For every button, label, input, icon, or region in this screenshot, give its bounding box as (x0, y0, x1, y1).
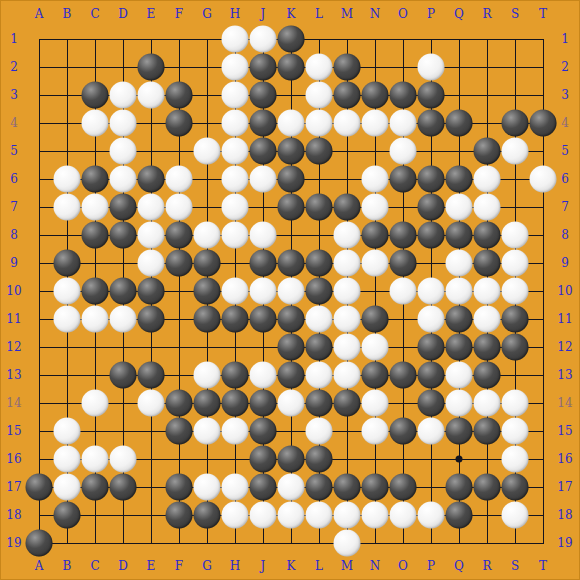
white-stone-H7[interactable] (222, 194, 249, 221)
white-stone-J10[interactable] (250, 278, 277, 305)
row-label-right-19: 19 (557, 537, 572, 549)
black-stone-P7[interactable] (418, 194, 445, 221)
white-stone-H1[interactable] (222, 26, 249, 53)
white-stone-H8[interactable] (222, 222, 249, 249)
white-stone-F7[interactable] (166, 194, 193, 221)
white-stone-P10[interactable] (418, 278, 445, 305)
white-stone-C7[interactable] (82, 194, 109, 221)
col-label-bottom-M: M (341, 560, 353, 572)
black-stone-J5[interactable] (250, 138, 277, 165)
col-label-bottom-N: N (370, 560, 381, 572)
black-stone-J16[interactable] (250, 446, 277, 473)
white-stone-R10[interactable] (474, 278, 501, 305)
white-stone-C14[interactable] (82, 390, 109, 417)
black-stone-O9[interactable] (390, 250, 417, 277)
black-stone-M3[interactable] (334, 82, 361, 109)
black-stone-K6[interactable] (278, 166, 305, 193)
row-label-left-9: 9 (10, 257, 18, 269)
white-stone-T6[interactable] (530, 166, 557, 193)
row-label-left-6: 6 (10, 173, 18, 185)
black-stone-J17[interactable] (250, 474, 277, 501)
black-stone-P12[interactable] (418, 334, 445, 361)
white-stone-H4[interactable] (222, 110, 249, 137)
black-stone-L14[interactable] (306, 390, 333, 417)
white-stone-N18[interactable] (362, 502, 389, 529)
white-stone-R14[interactable] (474, 390, 501, 417)
white-stone-R7[interactable] (474, 194, 501, 221)
col-label-bottom-B: B (63, 560, 72, 572)
col-label-top-E: E (147, 8, 156, 20)
col-label-top-N: N (370, 8, 381, 20)
black-stone-L5[interactable] (306, 138, 333, 165)
row-label-right-1: 1 (561, 33, 569, 45)
col-label-bottom-K: K (287, 560, 296, 572)
black-stone-R8[interactable] (474, 222, 501, 249)
white-stone-M10[interactable] (334, 278, 361, 305)
white-stone-K10[interactable] (278, 278, 305, 305)
black-stone-Q17[interactable] (446, 474, 473, 501)
row-label-right-6: 6 (561, 173, 569, 185)
white-stone-R6[interactable] (474, 166, 501, 193)
row-label-left-14: 14 (6, 397, 21, 409)
white-stone-M13[interactable] (334, 362, 361, 389)
col-label-top-Q: Q (454, 8, 464, 20)
black-stone-F15[interactable] (166, 418, 193, 445)
black-stone-L12[interactable] (306, 334, 333, 361)
white-stone-Q14[interactable] (446, 390, 473, 417)
black-stone-K5[interactable] (278, 138, 305, 165)
white-stone-N4[interactable] (362, 110, 389, 137)
black-stone-O17[interactable] (390, 474, 417, 501)
white-stone-M11[interactable] (334, 306, 361, 333)
black-stone-R12[interactable] (474, 334, 501, 361)
col-label-top-F: F (175, 8, 183, 20)
row-label-left-7: 7 (10, 201, 18, 213)
white-stone-E14[interactable] (138, 390, 165, 417)
black-stone-J4[interactable] (250, 110, 277, 137)
black-stone-N17[interactable] (362, 474, 389, 501)
white-stone-L3[interactable] (306, 82, 333, 109)
white-stone-H5[interactable] (222, 138, 249, 165)
row-label-left-15: 15 (6, 425, 21, 437)
row-label-right-9: 9 (561, 257, 569, 269)
col-label-top-S: S (511, 8, 519, 20)
black-stone-Q15[interactable] (446, 418, 473, 445)
black-stone-P4[interactable] (418, 110, 445, 137)
row-label-right-17: 17 (557, 481, 572, 493)
black-stone-N3[interactable] (362, 82, 389, 109)
col-label-bottom-Q: Q (454, 560, 464, 572)
black-stone-H11[interactable] (222, 306, 249, 333)
col-label-top-L: L (315, 8, 323, 20)
black-stone-S17[interactable] (502, 474, 529, 501)
col-label-top-B: B (63, 8, 72, 20)
white-stone-N15[interactable] (362, 418, 389, 445)
go-board[interactable]: AABBCCDDEEFFGGHHJJKKLLMMNNOOPPQQRRSSTT11… (0, 0, 580, 580)
white-stone-O4[interactable] (390, 110, 417, 137)
row-label-right-12: 12 (557, 341, 572, 353)
white-stone-J18[interactable] (250, 502, 277, 529)
white-stone-J6[interactable] (250, 166, 277, 193)
col-label-top-H: H (230, 8, 240, 20)
white-stone-E8[interactable] (138, 222, 165, 249)
white-stone-H2[interactable] (222, 54, 249, 81)
white-stone-S15[interactable] (502, 418, 529, 445)
black-stone-M17[interactable] (334, 474, 361, 501)
go-board-screenshot: AABBCCDDEEFFGGHHJJKKLLMMNNOOPPQQRRSSTT11… (0, 0, 580, 580)
white-stone-D3[interactable] (110, 82, 137, 109)
black-stone-R17[interactable] (474, 474, 501, 501)
black-stone-J3[interactable] (250, 82, 277, 109)
row-label-right-5: 5 (561, 145, 569, 157)
black-stone-E10[interactable] (138, 278, 165, 305)
col-label-bottom-J: J (261, 560, 266, 572)
white-stone-O10[interactable] (390, 278, 417, 305)
black-stone-F17[interactable] (166, 474, 193, 501)
white-stone-D16[interactable] (110, 446, 137, 473)
black-stone-O13[interactable] (390, 362, 417, 389)
white-stone-H15[interactable] (222, 418, 249, 445)
white-stone-H6[interactable] (222, 166, 249, 193)
black-stone-R13[interactable] (474, 362, 501, 389)
black-stone-E13[interactable] (138, 362, 165, 389)
white-stone-B11[interactable] (54, 306, 81, 333)
white-stone-E9[interactable] (138, 250, 165, 277)
white-stone-B15[interactable] (54, 418, 81, 445)
white-stone-S16[interactable] (502, 446, 529, 473)
white-stone-Q10[interactable] (446, 278, 473, 305)
col-label-bottom-A: A (35, 560, 44, 572)
row-label-right-14: 14 (557, 397, 572, 409)
black-stone-R5[interactable] (474, 138, 501, 165)
row-label-left-18: 18 (6, 509, 21, 521)
white-stone-H18[interactable] (222, 502, 249, 529)
black-stone-L10[interactable] (306, 278, 333, 305)
white-stone-D11[interactable] (110, 306, 137, 333)
black-stone-D17[interactable] (110, 474, 137, 501)
white-stone-O5[interactable] (390, 138, 417, 165)
white-stone-N7[interactable] (362, 194, 389, 221)
row-label-left-1: 1 (10, 33, 18, 45)
white-stone-L11[interactable] (306, 306, 333, 333)
col-label-bottom-P: P (427, 560, 435, 572)
black-stone-O3[interactable] (390, 82, 417, 109)
white-stone-H10[interactable] (222, 278, 249, 305)
white-stone-E3[interactable] (138, 82, 165, 109)
col-label-top-T: T (539, 8, 547, 20)
white-stone-E7[interactable] (138, 194, 165, 221)
black-stone-Q4[interactable] (446, 110, 473, 137)
black-stone-B9[interactable] (54, 250, 81, 277)
black-stone-J9[interactable] (250, 250, 277, 277)
row-label-left-3: 3 (10, 89, 18, 101)
white-stone-K4[interactable] (278, 110, 305, 137)
white-stone-L13[interactable] (306, 362, 333, 389)
white-stone-C4[interactable] (82, 110, 109, 137)
black-stone-L7[interactable] (306, 194, 333, 221)
white-stone-D5[interactable] (110, 138, 137, 165)
white-stone-P11[interactable] (418, 306, 445, 333)
black-stone-P3[interactable] (418, 82, 445, 109)
white-stone-M8[interactable] (334, 222, 361, 249)
black-stone-F4[interactable] (166, 110, 193, 137)
white-stone-B17[interactable] (54, 474, 81, 501)
black-stone-P14[interactable] (418, 390, 445, 417)
white-stone-J8[interactable] (250, 222, 277, 249)
black-stone-F18[interactable] (166, 502, 193, 529)
white-stone-K17[interactable] (278, 474, 305, 501)
white-stone-K14[interactable] (278, 390, 305, 417)
black-stone-Q11[interactable] (446, 306, 473, 333)
row-label-right-8: 8 (561, 229, 569, 241)
white-stone-G5[interactable] (194, 138, 221, 165)
row-label-left-17: 17 (6, 481, 21, 493)
black-stone-K9[interactable] (278, 250, 305, 277)
white-stone-C16[interactable] (82, 446, 109, 473)
white-stone-G15[interactable] (194, 418, 221, 445)
white-stone-P2[interactable] (418, 54, 445, 81)
col-label-bottom-C: C (90, 560, 99, 572)
col-label-bottom-S: S (511, 560, 519, 572)
col-label-bottom-T: T (539, 560, 547, 572)
black-stone-N8[interactable] (362, 222, 389, 249)
row-label-right-4: 4 (561, 117, 569, 129)
white-stone-S18[interactable] (502, 502, 529, 529)
white-stone-B6[interactable] (54, 166, 81, 193)
row-label-right-3: 3 (561, 89, 569, 101)
white-stone-M19[interactable] (334, 530, 361, 557)
white-stone-S10[interactable] (502, 278, 529, 305)
white-stone-Q13[interactable] (446, 362, 473, 389)
black-stone-Q6[interactable] (446, 166, 473, 193)
row-label-right-11: 11 (557, 313, 572, 325)
col-label-bottom-L: L (315, 560, 323, 572)
white-stone-M9[interactable] (334, 250, 361, 277)
white-stone-R11[interactable] (474, 306, 501, 333)
white-stone-L15[interactable] (306, 418, 333, 445)
white-stone-D4[interactable] (110, 110, 137, 137)
col-label-top-M: M (341, 8, 353, 20)
white-stone-M12[interactable] (334, 334, 361, 361)
black-stone-S11[interactable] (502, 306, 529, 333)
black-stone-P13[interactable] (418, 362, 445, 389)
white-stone-G8[interactable] (194, 222, 221, 249)
white-stone-G17[interactable] (194, 474, 221, 501)
white-stone-N6[interactable] (362, 166, 389, 193)
black-stone-F14[interactable] (166, 390, 193, 417)
black-stone-J14[interactable] (250, 390, 277, 417)
black-stone-P6[interactable] (418, 166, 445, 193)
black-stone-A17[interactable] (26, 474, 53, 501)
black-stone-L17[interactable] (306, 474, 333, 501)
row-label-left-10: 10 (6, 285, 21, 297)
black-stone-Q18[interactable] (446, 502, 473, 529)
white-stone-Q7[interactable] (446, 194, 473, 221)
white-stone-N9[interactable] (362, 250, 389, 277)
black-stone-N13[interactable] (362, 362, 389, 389)
black-stone-O6[interactable] (390, 166, 417, 193)
white-stone-P15[interactable] (418, 418, 445, 445)
white-stone-K18[interactable] (278, 502, 305, 529)
black-stone-K13[interactable] (278, 362, 305, 389)
col-label-top-C: C (90, 8, 99, 20)
row-label-left-11: 11 (6, 313, 21, 325)
white-stone-S14[interactable] (502, 390, 529, 417)
row-label-left-2: 2 (10, 61, 18, 73)
white-stone-J1[interactable] (250, 26, 277, 53)
black-stone-C17[interactable] (82, 474, 109, 501)
white-stone-J13[interactable] (250, 362, 277, 389)
black-stone-E11[interactable] (138, 306, 165, 333)
white-stone-O18[interactable] (390, 502, 417, 529)
row-label-left-8: 8 (10, 229, 18, 241)
col-label-top-A: A (35, 8, 44, 20)
black-stone-F8[interactable] (166, 222, 193, 249)
white-stone-L4[interactable] (306, 110, 333, 137)
col-label-top-G: G (202, 8, 212, 20)
black-stone-G11[interactable] (194, 306, 221, 333)
white-stone-H17[interactable] (222, 474, 249, 501)
black-stone-F3[interactable] (166, 82, 193, 109)
black-stone-K2[interactable] (278, 54, 305, 81)
star-point-Q16 (456, 456, 463, 463)
black-stone-M2[interactable] (334, 54, 361, 81)
col-label-top-J: J (261, 8, 266, 20)
black-stone-A19[interactable] (26, 530, 53, 557)
black-stone-O8[interactable] (390, 222, 417, 249)
row-label-left-13: 13 (6, 369, 21, 381)
col-label-bottom-F: F (175, 560, 183, 572)
white-stone-F6[interactable] (166, 166, 193, 193)
black-stone-E6[interactable] (138, 166, 165, 193)
black-stone-C3[interactable] (82, 82, 109, 109)
white-stone-M4[interactable] (334, 110, 361, 137)
black-stone-G10[interactable] (194, 278, 221, 305)
white-stone-L2[interactable] (306, 54, 333, 81)
col-label-bottom-G: G (202, 560, 212, 572)
black-stone-K11[interactable] (278, 306, 305, 333)
black-stone-D8[interactable] (110, 222, 137, 249)
white-stone-Q9[interactable] (446, 250, 473, 277)
black-stone-S4[interactable] (502, 110, 529, 137)
col-label-top-R: R (482, 8, 491, 20)
white-stone-S8[interactable] (502, 222, 529, 249)
black-stone-R15[interactable] (474, 418, 501, 445)
white-stone-N14[interactable] (362, 390, 389, 417)
black-stone-G14[interactable] (194, 390, 221, 417)
black-stone-K12[interactable] (278, 334, 305, 361)
black-stone-D13[interactable] (110, 362, 137, 389)
black-stone-C6[interactable] (82, 166, 109, 193)
row-label-left-16: 16 (6, 453, 21, 465)
col-label-bottom-R: R (482, 560, 491, 572)
col-label-bottom-H: H (230, 560, 240, 572)
white-stone-S9[interactable] (502, 250, 529, 277)
black-stone-F9[interactable] (166, 250, 193, 277)
col-label-top-K: K (287, 8, 296, 20)
col-label-bottom-E: E (147, 560, 156, 572)
black-stone-M14[interactable] (334, 390, 361, 417)
row-label-right-16: 16 (557, 453, 572, 465)
black-stone-R9[interactable] (474, 250, 501, 277)
white-stone-P18[interactable] (418, 502, 445, 529)
black-stone-K7[interactable] (278, 194, 305, 221)
black-stone-M7[interactable] (334, 194, 361, 221)
row-label-right-13: 13 (557, 369, 572, 381)
black-stone-D7[interactable] (110, 194, 137, 221)
black-stone-Q8[interactable] (446, 222, 473, 249)
black-stone-G9[interactable] (194, 250, 221, 277)
black-stone-C10[interactable] (82, 278, 109, 305)
white-stone-S5[interactable] (502, 138, 529, 165)
black-stone-C8[interactable] (82, 222, 109, 249)
black-stone-S12[interactable] (502, 334, 529, 361)
white-stone-N12[interactable] (362, 334, 389, 361)
black-stone-E2[interactable] (138, 54, 165, 81)
black-stone-D10[interactable] (110, 278, 137, 305)
row-label-left-5: 5 (10, 145, 18, 157)
white-stone-M18[interactable] (334, 502, 361, 529)
white-stone-C11[interactable] (82, 306, 109, 333)
white-stone-D6[interactable] (110, 166, 137, 193)
row-label-right-2: 2 (561, 61, 569, 73)
row-label-left-19: 19 (6, 537, 21, 549)
white-stone-B10[interactable] (54, 278, 81, 305)
row-label-right-7: 7 (561, 201, 569, 213)
black-stone-N11[interactable] (362, 306, 389, 333)
black-stone-H14[interactable] (222, 390, 249, 417)
row-label-left-12: 12 (6, 341, 21, 353)
white-stone-L18[interactable] (306, 502, 333, 529)
black-stone-J11[interactable] (250, 306, 277, 333)
col-label-top-O: O (398, 8, 408, 20)
row-label-right-18: 18 (557, 509, 572, 521)
black-stone-G18[interactable] (194, 502, 221, 529)
black-stone-T4[interactable] (530, 110, 557, 137)
row-label-right-15: 15 (557, 425, 572, 437)
white-stone-H3[interactable] (222, 82, 249, 109)
col-label-top-P: P (427, 8, 435, 20)
col-label-bottom-D: D (118, 560, 128, 572)
row-label-right-10: 10 (557, 285, 572, 297)
black-stone-B18[interactable] (54, 502, 81, 529)
white-stone-G13[interactable] (194, 362, 221, 389)
row-label-left-4: 4 (10, 117, 18, 129)
black-stone-J15[interactable] (250, 418, 277, 445)
white-stone-B16[interactable] (54, 446, 81, 473)
black-stone-K16[interactable] (278, 446, 305, 473)
black-stone-Q12[interactable] (446, 334, 473, 361)
col-label-bottom-O: O (398, 560, 408, 572)
black-stone-O15[interactable] (390, 418, 417, 445)
black-stone-K1[interactable] (278, 26, 305, 53)
black-stone-L16[interactable] (306, 446, 333, 473)
col-label-top-D: D (118, 8, 128, 20)
black-stone-L9[interactable] (306, 250, 333, 277)
black-stone-H13[interactable] (222, 362, 249, 389)
white-stone-B7[interactable] (54, 194, 81, 221)
black-stone-P8[interactable] (418, 222, 445, 249)
black-stone-J2[interactable] (250, 54, 277, 81)
